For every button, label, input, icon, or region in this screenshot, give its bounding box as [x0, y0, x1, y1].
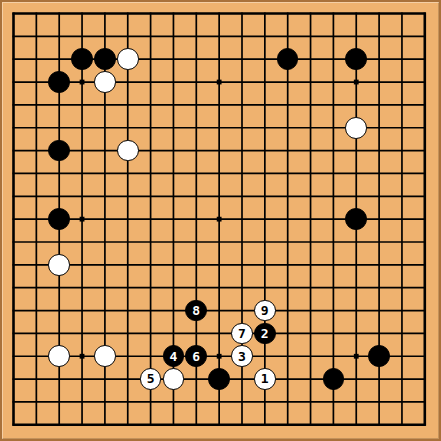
stone-grid: 897246351: [2, 2, 436, 436]
stone-white-move-5: 5: [140, 368, 162, 390]
stone-black-move-6: 6: [185, 345, 207, 367]
stone-black: [345, 48, 367, 70]
stone-black: [48, 71, 70, 93]
stone-white: [345, 117, 367, 139]
stone-black-move-2: 2: [254, 323, 276, 345]
stone-black: [208, 368, 230, 390]
stone-white-move-3: 3: [231, 345, 253, 367]
stone-black: [345, 208, 367, 230]
stone-white: [48, 254, 70, 276]
stone-white: [94, 345, 116, 367]
stone-black-move-4: 4: [163, 345, 185, 367]
stone-white: [117, 48, 139, 70]
stone-black: [277, 48, 299, 70]
stone-white: [117, 140, 139, 162]
stone-white: [94, 71, 116, 93]
stone-white: [163, 368, 185, 390]
stone-black: [71, 48, 93, 70]
go-board: 897246351: [0, 0, 441, 441]
stone-white: [48, 345, 70, 367]
stone-white-move-1: 1: [254, 368, 276, 390]
stone-black: [48, 140, 70, 162]
stone-white-move-9: 9: [254, 300, 276, 322]
stone-black: [94, 48, 116, 70]
stone-black: [323, 368, 345, 390]
stone-black: [368, 345, 390, 367]
stone-white-move-7: 7: [231, 323, 253, 345]
stone-black-move-8: 8: [185, 300, 207, 322]
stone-black: [48, 208, 70, 230]
